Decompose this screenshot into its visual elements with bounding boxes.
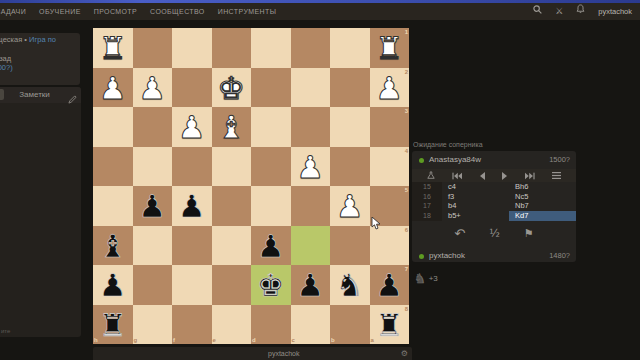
game-info-link[interactable]: Anastasya84w (1500?) <box>0 63 13 72</box>
prev-move-icon[interactable] <box>479 172 485 180</box>
white-piece-e2[interactable]: ♚ <box>212 68 252 108</box>
coord-file-f: f <box>173 337 175 343</box>
square-e1[interactable] <box>212 28 252 68</box>
crossed-swords-icon[interactable]: ⚔ <box>555 3 563 20</box>
square-d6[interactable]: ♟ <box>251 226 291 266</box>
coord-rank-4: 4 <box>405 148 408 154</box>
nav-menu: ЗАДАЧИОБУЧЕНИЕПРОСМОТРСООБЩЕСТВОИНСТРУМЕ… <box>0 3 276 20</box>
nav-item-0[interactable]: ЗАДАЧИ <box>0 8 26 15</box>
takeback-icon[interactable]: ↶ <box>454 226 465 241</box>
game-info-line-0: Товарищеская • Игра по <box>0 35 80 44</box>
move-black-18[interactable]: Kd7 <box>509 211 576 221</box>
white-piece-e3[interactable]: ♝ <box>212 107 252 147</box>
coord-rank-3: 3 <box>405 108 408 114</box>
coord-rank-2: 2 <box>405 69 408 75</box>
move-white-15[interactable]: c4 <box>442 182 509 192</box>
white-piece-f3[interactable]: ♟ <box>172 107 212 147</box>
black-piece-h7[interactable]: ♟ <box>93 265 133 305</box>
square-d8[interactable]: d <box>251 305 291 345</box>
game-actions: ↶ ½ ⚑ <box>412 221 576 247</box>
white-piece-b5[interactable]: ♟ <box>330 186 370 226</box>
first-move-icon[interactable] <box>452 172 462 180</box>
square-c6[interactable] <box>291 226 331 266</box>
coord-file-c: c <box>292 337 295 343</box>
square-g2[interactable]: ♟ <box>133 68 173 108</box>
nav-item-4[interactable]: ИНСТРУМЕНТЫ <box>218 8 277 15</box>
square-b7[interactable]: ♞ <box>330 265 370 305</box>
white-piece-h1[interactable]: ♜ <box>93 28 133 68</box>
black-piece-a7[interactable]: ♟ <box>370 265 410 305</box>
square-a7[interactable]: ♟7 <box>370 265 410 305</box>
move-number: 15 <box>412 182 442 192</box>
square-f2[interactable] <box>172 68 212 108</box>
square-g1[interactable] <box>133 28 173 68</box>
move-row-17: 17b4Nb7 <box>412 201 576 211</box>
square-e3[interactable]: ♝ <box>212 107 252 147</box>
move-list-toolbar <box>412 169 576 182</box>
coord-rank-7: 7 <box>405 266 408 272</box>
coord-file-g: g <box>134 337 138 343</box>
square-e7[interactable] <box>212 265 252 305</box>
coord-rank-6: 6 <box>405 227 408 233</box>
pencil-icon[interactable] <box>68 90 77 108</box>
menu-hamburger-icon[interactable] <box>552 172 561 179</box>
square-c8[interactable]: c <box>291 305 331 345</box>
square-h1[interactable]: ♜ <box>93 28 133 68</box>
material-score: +3 <box>429 274 438 283</box>
coord-file-d: d <box>252 337 256 343</box>
player-bottom-row: pyxtachok 1480? <box>412 247 576 265</box>
square-f4[interactable] <box>172 147 212 187</box>
square-c4[interactable]: ♟ <box>291 147 331 187</box>
game-info-line-2: 4 дня назад <box>0 54 80 63</box>
opponent-status-text: Ожидание соперника <box>413 141 483 148</box>
move-number: 18 <box>412 211 442 221</box>
square-b8[interactable]: b <box>330 305 370 345</box>
square-a6[interactable]: 6 <box>370 226 410 266</box>
black-piece-c7[interactable]: ♟ <box>291 265 331 305</box>
square-b3[interactable] <box>330 107 370 147</box>
draw-offer-icon[interactable]: ½ <box>489 227 500 240</box>
move-white-17[interactable]: b4 <box>442 201 509 211</box>
square-c3[interactable] <box>291 107 331 147</box>
analysis-flask-icon[interactable] <box>427 171 435 180</box>
player-bottom-name[interactable]: pyxtachok <box>429 247 465 265</box>
square-a4[interactable]: 4 <box>370 147 410 187</box>
last-move-icon[interactable] <box>525 172 535 180</box>
square-e5[interactable] <box>212 186 252 226</box>
square-f3[interactable]: ♟ <box>172 107 212 147</box>
white-piece-g2[interactable]: ♟ <box>133 68 173 108</box>
game-info-line-3: Anastasya84w (1500?) <box>0 63 80 72</box>
square-h5[interactable] <box>93 186 133 226</box>
move-white-16[interactable]: f3 <box>442 192 509 202</box>
online-dot <box>419 254 424 259</box>
black-piece-a8[interactable]: ♜ <box>370 305 410 345</box>
black-piece-h6[interactable]: ♝ <box>93 226 133 266</box>
square-g3[interactable] <box>133 107 173 147</box>
under-board-bar: pyxtachok ⚙ <box>93 347 412 360</box>
square-b4[interactable] <box>330 147 370 187</box>
coord-file-e: e <box>213 337 216 343</box>
black-piece-g5[interactable]: ♟ <box>133 186 173 226</box>
square-e4[interactable] <box>212 147 252 187</box>
captured-material: ♞ +3 <box>414 271 438 286</box>
game-info-line-1: переписке <box>0 44 80 53</box>
square-b1[interactable] <box>330 28 370 68</box>
square-f7[interactable] <box>172 265 212 305</box>
white-piece-h2[interactable]: ♟ <box>93 68 133 108</box>
square-f8[interactable]: f <box>172 305 212 345</box>
square-c1[interactable] <box>291 28 331 68</box>
move-row-16: 16f3Nc5 <box>412 192 576 202</box>
move-white-18[interactable]: b5+ <box>442 211 509 221</box>
player-top-rating: 1500? <box>549 151 570 169</box>
black-piece-f5[interactable]: ♟ <box>172 186 212 226</box>
square-d7[interactable]: ♚ <box>251 265 291 305</box>
square-g7[interactable] <box>133 265 173 305</box>
square-h4[interactable] <box>93 147 133 187</box>
coord-rank-5: 5 <box>405 187 408 193</box>
coord-file-b: b <box>331 337 335 343</box>
black-piece-h8[interactable]: ♜ <box>93 305 133 345</box>
online-dot <box>419 158 424 163</box>
square-d1[interactable] <box>251 28 291 68</box>
square-d3[interactable] <box>251 107 291 147</box>
square-h7[interactable]: ♟ <box>93 265 133 305</box>
player-bottom-rating: 1480? <box>549 247 570 265</box>
square-e6[interactable] <box>212 226 252 266</box>
square-d2[interactable] <box>251 68 291 108</box>
nav-item-2[interactable]: ПРОСМОТР <box>94 8 137 15</box>
square-b2[interactable] <box>330 68 370 108</box>
bell-icon[interactable] <box>576 3 585 20</box>
move-list: 15c4Bh616f3Nc517b4Nb718b5+Kd7 <box>412 182 576 221</box>
square-g6[interactable] <box>133 226 173 266</box>
nav-item-3[interactable]: СООБЩЕСТВО <box>150 8 205 15</box>
square-b5[interactable]: ♟ <box>330 186 370 226</box>
move-number: 17 <box>412 201 442 211</box>
player-top-name[interactable]: Anastasya84w <box>429 151 481 169</box>
game-info-line-4: pyxtachok (1480?) <box>0 73 80 82</box>
square-e8[interactable]: e <box>212 305 252 345</box>
square-a1[interactable]: ♜1 <box>370 28 410 68</box>
gear-icon[interactable]: ⚙ <box>401 347 408 360</box>
captured-knight-icon: ♞ <box>414 271 426 286</box>
square-d5[interactable] <box>251 186 291 226</box>
square-g4[interactable] <box>133 147 173 187</box>
notes-header: Заметки <box>0 87 81 103</box>
square-a2[interactable]: ♟2 <box>370 68 410 108</box>
square-f6[interactable] <box>172 226 212 266</box>
white-piece-a2[interactable]: ♟ <box>370 68 410 108</box>
white-piece-a1[interactable]: ♜ <box>370 28 410 68</box>
square-a8[interactable]: ♜8a <box>370 305 410 345</box>
coord-file-h: h <box>94 337 98 343</box>
square-f1[interactable] <box>172 28 212 68</box>
move-row-15: 15c4Bh6 <box>412 182 576 192</box>
notes-box: Заметки ите <box>0 87 81 337</box>
move-number: 16 <box>412 192 442 202</box>
mouse-cursor <box>371 216 382 229</box>
white-piece-c4[interactable]: ♟ <box>291 147 331 187</box>
username-menu[interactable]: pyxtachok <box>598 7 632 16</box>
square-h6[interactable]: ♝ <box>93 226 133 266</box>
square-h3[interactable] <box>93 107 133 147</box>
square-g5[interactable]: ♟ <box>133 186 173 226</box>
move-black-15[interactable]: Bh6 <box>509 182 576 192</box>
under-board-username: pyxtachok <box>268 347 300 360</box>
square-e2[interactable]: ♚ <box>212 68 252 108</box>
resign-flag-icon[interactable]: ⚑ <box>524 227 534 240</box>
next-move-icon[interactable] <box>502 172 508 180</box>
square-d4[interactable] <box>251 147 291 187</box>
square-b6[interactable] <box>330 226 370 266</box>
notes-placeholder-fragment[interactable]: ите <box>1 328 10 334</box>
move-row-18: 18b5+Kd7 <box>412 211 576 221</box>
square-c7[interactable]: ♟ <box>291 265 331 305</box>
game-info-box: Товарищеская • Игра попереписке4 дня наз… <box>0 33 80 85</box>
nav-item-1[interactable]: ОБУЧЕНИЕ <box>39 8 81 15</box>
square-a3[interactable]: 3 <box>370 107 410 147</box>
square-g8[interactable]: g <box>133 305 173 345</box>
game-panel: Anastasya84w 1500? 15c4Bh616f3Nc517b4Nb7… <box>412 151 576 262</box>
chess-board[interactable]: ♜♜1♟♟♚♟2♟♝3♟4♟♟♟5♝♟6♟♚♟♞♟7♜hgfedcb♜8a <box>93 28 409 344</box>
player-top-row: Anastasya84w 1500? <box>412 151 576 169</box>
square-h8[interactable]: ♜h <box>93 305 133 345</box>
move-black-17[interactable]: Nb7 <box>509 201 576 211</box>
black-piece-d7[interactable]: ♚ <box>251 265 291 305</box>
square-h2[interactable]: ♟ <box>93 68 133 108</box>
square-f5[interactable]: ♟ <box>172 186 212 226</box>
search-icon[interactable] <box>533 3 542 20</box>
square-c2[interactable] <box>291 68 331 108</box>
notes-title: Заметки <box>0 87 69 103</box>
black-piece-b7[interactable]: ♞ <box>330 265 370 305</box>
move-black-16[interactable]: Nc5 <box>509 192 576 202</box>
square-c5[interactable] <box>291 186 331 226</box>
top-nav: ЗАДАЧИОБУЧЕНИЕПРОСМОТРСООБЩЕСТВОИНСТРУМЕ… <box>0 3 640 20</box>
black-piece-d6[interactable]: ♟ <box>251 226 291 266</box>
coord-rank-1: 1 <box>405 29 408 35</box>
coord-file-a: a <box>371 337 374 343</box>
coord-rank-8: 8 <box>405 306 408 312</box>
game-info-link[interactable]: Игра по <box>29 35 56 44</box>
